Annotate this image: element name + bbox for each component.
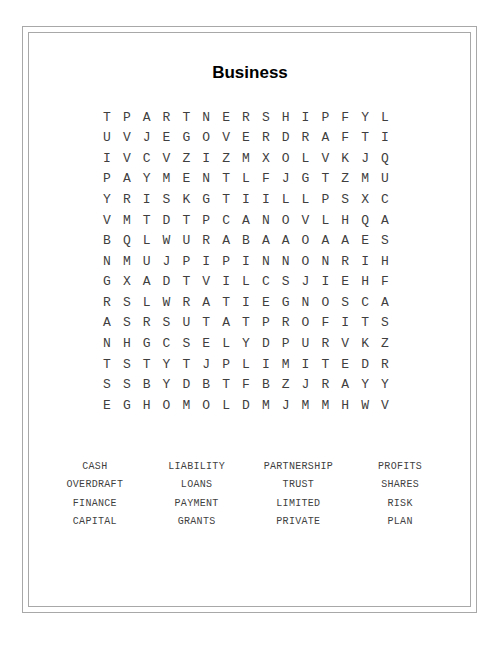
grid-cell-r2c2[interactable]: V [117, 128, 137, 149]
grid-cell-r8c14[interactable]: I [355, 251, 375, 272]
grid-cell-r3c9[interactable]: X [256, 148, 276, 169]
grid-cell-r15c13[interactable]: H [335, 395, 355, 416]
grid-cell-r4c10[interactable]: J [276, 169, 296, 190]
grid-cell-r2c1[interactable]: U [97, 128, 117, 149]
grid-cell-r1c12[interactable]: P [315, 107, 335, 128]
grid-cell-r2c14[interactable]: T [355, 128, 375, 149]
grid-cell-r6c3[interactable]: T [137, 210, 157, 231]
grid-cell-r3c8[interactable]: M [236, 148, 256, 169]
word-item-payment: PAYMENT [146, 494, 248, 513]
grid-cell-r14c4[interactable]: Y [157, 374, 177, 395]
grid-cell-r7c15[interactable]: S [375, 230, 395, 251]
grid-cell-r9c2[interactable]: X [117, 272, 137, 293]
grid-cell-r15c7[interactable]: L [216, 395, 236, 416]
grid-cell-r9c14[interactable]: H [355, 272, 375, 293]
grid-cell-r6c12[interactable]: L [315, 210, 335, 231]
grid-cell-r15c5[interactable]: M [176, 395, 196, 416]
grid-cell-r12c14[interactable]: K [355, 333, 375, 354]
grid-cell-r5c4[interactable]: S [157, 189, 177, 210]
grid-cell-r8c8[interactable]: I [236, 251, 256, 272]
grid-cell-r5c13[interactable]: S [335, 189, 355, 210]
grid-cell-r1c9[interactable]: S [256, 107, 276, 128]
word-item-risk: RISK [349, 494, 451, 513]
grid-cell-r5c10[interactable]: L [276, 189, 296, 210]
grid-cell-r3c2[interactable]: V [117, 148, 137, 169]
grid-cell-r9c15[interactable]: F [375, 272, 395, 293]
grid-cell-r14c12[interactable]: R [315, 374, 335, 395]
grid-cell-r1c4[interactable]: R [157, 107, 177, 128]
word-item-finance: FINANCE [44, 494, 146, 513]
grid-cell-r7c11[interactable]: O [296, 230, 316, 251]
grid-cell-r10c1[interactable]: R [97, 292, 117, 313]
grid-cell-r10c12[interactable]: O [315, 292, 335, 313]
grid-cell-r6c4[interactable]: D [157, 210, 177, 231]
grid-cell-r13c12[interactable]: T [315, 354, 335, 375]
grid-cell-r10c8[interactable]: I [236, 292, 256, 313]
grid-cell-r15c2[interactable]: G [117, 395, 137, 416]
grid-cell-r14c15[interactable]: Y [375, 374, 395, 395]
word-item-loans: LOANS [146, 476, 248, 495]
grid-cell-r15c11[interactable]: M [296, 395, 316, 416]
grid-cell-r6c15[interactable]: A [375, 210, 395, 231]
grid-cell-r6c11[interactable]: V [296, 210, 316, 231]
grid-cell-r10c14[interactable]: C [355, 292, 375, 313]
grid-cell-r8c12[interactable]: N [315, 251, 335, 272]
grid-cell-r10c7[interactable]: T [216, 292, 236, 313]
grid-cell-r14c8[interactable]: F [236, 374, 256, 395]
grid-cell-r6c6[interactable]: P [196, 210, 216, 231]
grid-cell-r5c1[interactable]: Y [97, 189, 117, 210]
grid-cell-r10c3[interactable]: L [137, 292, 157, 313]
grid-cell-r9c4[interactable]: D [157, 272, 177, 293]
grid-cell-r7c2[interactable]: Q [117, 230, 137, 251]
grid-cell-r8c9[interactable]: N [256, 251, 276, 272]
grid-cell-r14c7[interactable]: T [216, 374, 236, 395]
grid-cell-r14c5[interactable]: D [176, 374, 196, 395]
grid-cell-r7c10[interactable]: A [276, 230, 296, 251]
grid-cell-r6c9[interactable]: N [256, 210, 276, 231]
grid-cell-r9c3[interactable]: A [137, 272, 157, 293]
grid-cell-r15c1[interactable]: E [97, 395, 117, 416]
grid-cell-r3c1[interactable]: I [97, 148, 117, 169]
grid-cell-r12c7[interactable]: L [216, 333, 236, 354]
grid-cell-r4c1[interactable]: P [97, 169, 117, 190]
word-item-liability: LIABILITY [146, 457, 248, 476]
grid-cell-r13c8[interactable]: L [236, 354, 256, 375]
grid-cell-r4c4[interactable]: M [157, 169, 177, 190]
grid-cell-r6c14[interactable]: Q [355, 210, 375, 231]
grid-cell-r15c4[interactable]: O [157, 395, 177, 416]
grid-cell-r6c7[interactable]: C [216, 210, 236, 231]
grid-cell-r4c13[interactable]: Z [335, 169, 355, 190]
grid-cell-r3c11[interactable]: L [296, 148, 316, 169]
grid-cell-r2c10[interactable]: D [276, 128, 296, 149]
grid-cell-r4c6[interactable]: N [196, 169, 216, 190]
grid-cell-r11c10[interactable]: R [276, 313, 296, 334]
grid-cell-r7c5[interactable]: U [176, 230, 196, 251]
grid-cell-r3c6[interactable]: I [196, 148, 216, 169]
grid-cell-r8c5[interactable]: P [176, 251, 196, 272]
puzzle-title: Business [0, 63, 500, 83]
grid-cell-r14c14[interactable]: Y [355, 374, 375, 395]
grid-cell-r14c11[interactable]: J [296, 374, 316, 395]
grid-cell-r1c3[interactable]: A [137, 107, 157, 128]
grid-cell-r1c15[interactable]: L [375, 107, 395, 128]
grid-cell-r8c6[interactable]: I [196, 251, 216, 272]
grid-cell-r5c12[interactable]: P [315, 189, 335, 210]
grid-cell-r15c6[interactable]: O [196, 395, 216, 416]
grid-cell-r3c14[interactable]: J [355, 148, 375, 169]
grid-cell-r12c13[interactable]: V [335, 333, 355, 354]
grid-cell-r15c12[interactable]: M [315, 395, 335, 416]
grid-cell-r11c5[interactable]: U [176, 313, 196, 334]
grid-cell-r1c5[interactable]: T [176, 107, 196, 128]
grid-cell-r9c5[interactable]: T [176, 272, 196, 293]
grid-cell-r12c6[interactable]: E [196, 333, 216, 354]
grid-cell-r7c8[interactable]: B [236, 230, 256, 251]
grid-cell-r1c11[interactable]: I [296, 107, 316, 128]
grid-cell-r13c13[interactable]: E [335, 354, 355, 375]
grid-cell-r2c6[interactable]: O [196, 128, 216, 149]
grid-cell-r9c6[interactable]: V [196, 272, 216, 293]
grid-cell-r12c12[interactable]: R [315, 333, 335, 354]
grid-cell-r10c10[interactable]: G [276, 292, 296, 313]
grid-cell-r7c14[interactable]: E [355, 230, 375, 251]
grid-cell-r10c5[interactable]: R [176, 292, 196, 313]
grid-cell-r9c9[interactable]: C [256, 272, 276, 293]
grid-cell-r9c8[interactable]: L [236, 272, 256, 293]
grid-cell-r14c13[interactable]: A [335, 374, 355, 395]
grid-cell-r7c13[interactable]: A [335, 230, 355, 251]
grid-cell-r2c13[interactable]: F [335, 128, 355, 149]
grid-cell-r5c11[interactable]: L [296, 189, 316, 210]
grid-cell-r11c11[interactable]: O [296, 313, 316, 334]
worksheet-page: Business TPARTNERSHIPFYLUVJEGOVERDRAFTII… [0, 0, 500, 647]
grid-cell-r3c13[interactable]: K [335, 148, 355, 169]
grid-cell-r9c11[interactable]: J [296, 272, 316, 293]
grid-cell-r13c6[interactable]: J [196, 354, 216, 375]
grid-cell-r6c10[interactable]: O [276, 210, 296, 231]
grid-cell-r14c9[interactable]: B [256, 374, 276, 395]
grid-cell-r5c5[interactable]: K [176, 189, 196, 210]
letter-grid: TPARTNERSHIPFYLUVJEGOVERDRAFTIIVCVZIZMXO… [97, 107, 395, 415]
grid-cell-r9c7[interactable]: I [216, 272, 236, 293]
grid-cell-r9c13[interactable]: E [335, 272, 355, 293]
grid-cell-r15c9[interactable]: M [256, 395, 276, 416]
grid-cell-r8c15[interactable]: H [375, 251, 395, 272]
grid-cell-r9c1[interactable]: G [97, 272, 117, 293]
word-item-cash: CASH [44, 457, 146, 476]
grid-cell-r7c3[interactable]: L [137, 230, 157, 251]
grid-cell-r3c3[interactable]: C [137, 148, 157, 169]
grid-cell-r2c8[interactable]: E [236, 128, 256, 149]
grid-cell-r2c7[interactable]: V [216, 128, 236, 149]
grid-cell-r1c7[interactable]: E [216, 107, 236, 128]
grid-cell-r11c12[interactable]: F [315, 313, 335, 334]
grid-cell-r7c12[interactable]: A [315, 230, 335, 251]
grid-cell-r4c12[interactable]: T [315, 169, 335, 190]
grid-cell-r2c3[interactable]: J [137, 128, 157, 149]
grid-cell-r2c9[interactable]: R [256, 128, 276, 149]
grid-cell-r15c15[interactable]: V [375, 395, 395, 416]
word-item-private: PRIVATE [248, 513, 350, 532]
grid-cell-r12c3[interactable]: G [137, 333, 157, 354]
grid-cell-r4c15[interactable]: U [375, 169, 395, 190]
grid-cell-r7c7[interactable]: A [216, 230, 236, 251]
grid-cell-r5c14[interactable]: X [355, 189, 375, 210]
grid-cell-r13c2[interactable]: S [117, 354, 137, 375]
grid-cell-r6c8[interactable]: A [236, 210, 256, 231]
grid-cell-r10c9[interactable]: E [256, 292, 276, 313]
grid-cell-r11c3[interactable]: R [137, 313, 157, 334]
grid-cell-r11c6[interactable]: T [196, 313, 216, 334]
grid-cell-r9c12[interactable]: I [315, 272, 335, 293]
grid-cell-r14c1[interactable]: S [97, 374, 117, 395]
grid-cell-r9c10[interactable]: S [276, 272, 296, 293]
grid-cell-r4c2[interactable]: A [117, 169, 137, 190]
grid-cell-r4c3[interactable]: Y [137, 169, 157, 190]
grid-cell-r8c7[interactable]: P [216, 251, 236, 272]
grid-cell-r11c4[interactable]: S [157, 313, 177, 334]
word-item-shares: SHARES [349, 476, 451, 495]
grid-cell-r8c11[interactable]: O [296, 251, 316, 272]
grid-cell-r8c13[interactable]: R [335, 251, 355, 272]
word-item-capital: CAPITAL [44, 513, 146, 532]
grid-cell-r4c7[interactable]: T [216, 169, 236, 190]
grid-cell-r10c6[interactable]: A [196, 292, 216, 313]
word-item-limited: LIMITED [248, 494, 350, 513]
grid-cell-r13c14[interactable]: D [355, 354, 375, 375]
grid-cell-r7c4[interactable]: W [157, 230, 177, 251]
grid-cell-r4c5[interactable]: E [176, 169, 196, 190]
grid-cell-r5c7[interactable]: T [216, 189, 236, 210]
grid-cell-r10c4[interactable]: W [157, 292, 177, 313]
grid-cell-r10c13[interactable]: S [335, 292, 355, 313]
grid-cell-r11c1[interactable]: A [97, 313, 117, 334]
grid-cell-r12c8[interactable]: Y [236, 333, 256, 354]
grid-cell-r13c3[interactable]: T [137, 354, 157, 375]
grid-cell-r11c13[interactable]: I [335, 313, 355, 334]
grid-cell-r2c5[interactable]: G [176, 128, 196, 149]
grid-cell-r15c10[interactable]: J [276, 395, 296, 416]
grid-cell-r14c10[interactable]: Z [276, 374, 296, 395]
grid-cell-r8c2[interactable]: M [117, 251, 137, 272]
grid-cell-r5c15[interactable]: C [375, 189, 395, 210]
grid-cell-r8c1[interactable]: N [97, 251, 117, 272]
grid-cell-r3c4[interactable]: V [157, 148, 177, 169]
grid-cell-r1c2[interactable]: P [117, 107, 137, 128]
grid-cell-r15c14[interactable]: W [355, 395, 375, 416]
grid-cell-r13c15[interactable]: R [375, 354, 395, 375]
grid-cell-r5c8[interactable]: I [236, 189, 256, 210]
grid-cell-r13c11[interactable]: I [296, 354, 316, 375]
grid-cell-r3c10[interactable]: O [276, 148, 296, 169]
grid-cell-r10c15[interactable]: A [375, 292, 395, 313]
grid-cell-r13c5[interactable]: T [176, 354, 196, 375]
grid-cell-r10c11[interactable]: N [296, 292, 316, 313]
grid-cell-r5c2[interactable]: R [117, 189, 137, 210]
grid-cell-r8c3[interactable]: U [137, 251, 157, 272]
grid-cell-r15c8[interactable]: D [236, 395, 256, 416]
grid-cell-r12c9[interactable]: D [256, 333, 276, 354]
word-item-overdraft: OVERDRAFT [44, 476, 146, 495]
grid-cell-r3c15[interactable]: Q [375, 148, 395, 169]
grid-cell-r5c9[interactable]: I [256, 189, 276, 210]
word-item-trust: TRUST [248, 476, 350, 495]
grid-cell-r12c11[interactable]: U [296, 333, 316, 354]
grid-cell-r12c1[interactable]: N [97, 333, 117, 354]
grid-cell-r4c11[interactable]: G [296, 169, 316, 190]
grid-cell-r7c9[interactable]: A [256, 230, 276, 251]
grid-cell-r1c8[interactable]: R [236, 107, 256, 128]
grid-cell-r4c14[interactable]: M [355, 169, 375, 190]
word-item-plan: PLAN [349, 513, 451, 532]
grid-cell-r11c14[interactable]: T [355, 313, 375, 334]
grid-cell-r10c2[interactable]: S [117, 292, 137, 313]
grid-cell-r15c3[interactable]: H [137, 395, 157, 416]
word-item-profits: PROFITS [349, 457, 451, 476]
grid-cell-r5c6[interactable]: G [196, 189, 216, 210]
grid-cell-r2c12[interactable]: A [315, 128, 335, 149]
grid-cell-r11c7[interactable]: A [216, 313, 236, 334]
grid-cell-r2c4[interactable]: E [157, 128, 177, 149]
grid-cell-r13c4[interactable]: Y [157, 354, 177, 375]
grid-cell-r6c2[interactable]: M [117, 210, 137, 231]
grid-cell-r11c15[interactable]: S [375, 313, 395, 334]
word-item-grants: GRANTS [146, 513, 248, 532]
grid-cell-r1c1[interactable]: T [97, 107, 117, 128]
grid-cell-r12c10[interactable]: P [276, 333, 296, 354]
grid-cell-r1c10[interactable]: H [276, 107, 296, 128]
grid-cell-r7c1[interactable]: B [97, 230, 117, 251]
word-item-partnership: PARTNERSHIP [248, 457, 350, 476]
grid-cell-r4c8[interactable]: L [236, 169, 256, 190]
grid-cell-r3c5[interactable]: Z [176, 148, 196, 169]
grid-cell-r6c5[interactable]: T [176, 210, 196, 231]
grid-cell-r4c9[interactable]: F [256, 169, 276, 190]
word-list: CASHLIABILITYPARTNERSHIPPROFITSOVERDRAFT… [44, 457, 451, 531]
grid-cell-r13c10[interactable]: M [276, 354, 296, 375]
grid-cell-r13c9[interactable]: I [256, 354, 276, 375]
grid-cell-r2c11[interactable]: R [296, 128, 316, 149]
grid-cell-r13c7[interactable]: P [216, 354, 236, 375]
grid-cell-r1c6[interactable]: N [196, 107, 216, 128]
grid-cell-r13c1[interactable]: T [97, 354, 117, 375]
grid-cell-r1c13[interactable]: F [335, 107, 355, 128]
grid-cell-r5c3[interactable]: I [137, 189, 157, 210]
grid-cell-r8c4[interactable]: J [157, 251, 177, 272]
grid-cell-r1c14[interactable]: Y [355, 107, 375, 128]
grid-cell-r7c6[interactable]: R [196, 230, 216, 251]
grid-cell-r14c3[interactable]: B [137, 374, 157, 395]
grid-cell-r11c2[interactable]: S [117, 313, 137, 334]
grid-cell-r12c5[interactable]: S [176, 333, 196, 354]
grid-cell-r12c15[interactable]: Z [375, 333, 395, 354]
grid-cell-r11c8[interactable]: T [236, 313, 256, 334]
grid-cell-r8c10[interactable]: N [276, 251, 296, 272]
grid-cell-r3c12[interactable]: V [315, 148, 335, 169]
grid-cell-r3c7[interactable]: Z [216, 148, 236, 169]
grid-cell-r6c13[interactable]: H [335, 210, 355, 231]
grid-cell-r6c1[interactable]: V [97, 210, 117, 231]
grid-cell-r12c4[interactable]: C [157, 333, 177, 354]
grid-cell-r14c6[interactable]: B [196, 374, 216, 395]
grid-cell-r12c2[interactable]: H [117, 333, 137, 354]
grid-cell-r11c9[interactable]: P [256, 313, 276, 334]
grid-cell-r2c15[interactable]: I [375, 128, 395, 149]
grid-cell-r14c2[interactable]: S [117, 374, 137, 395]
